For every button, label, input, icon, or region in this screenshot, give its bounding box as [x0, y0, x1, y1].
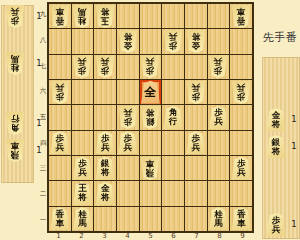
- rank-label: 八: [39, 28, 47, 54]
- shogi-piece[interactable]: 香車: [50, 207, 70, 230]
- board-square[interactable]: [49, 29, 71, 53]
- board-square[interactable]: [72, 29, 94, 53]
- shogi-piece[interactable]: 香車: [50, 5, 70, 28]
- shogi-piece[interactable]: 飛車: [5, 139, 25, 162]
- board-square[interactable]: [140, 207, 162, 231]
- board-square[interactable]: [162, 156, 184, 180]
- board-square[interactable]: [230, 131, 252, 155]
- board-square[interactable]: [185, 105, 207, 129]
- board-square[interactable]: [162, 4, 184, 28]
- shogi-piece[interactable]: 桂馬: [5, 52, 25, 75]
- shogi-piece[interactable]: 金将: [266, 108, 286, 131]
- board-square[interactable]: [208, 29, 230, 53]
- board-square[interactable]: [94, 29, 116, 53]
- board-square[interactable]: 香車: [230, 4, 252, 28]
- board-square[interactable]: [117, 156, 139, 180]
- hand-piece-count: 1: [289, 141, 299, 151]
- board-square[interactable]: [230, 105, 252, 129]
- board-square[interactable]: 歩兵: [185, 131, 207, 155]
- board-square[interactable]: [49, 105, 71, 129]
- board-square[interactable]: [72, 105, 94, 129]
- shogi-piece[interactable]: 王将: [72, 182, 92, 205]
- board-square[interactable]: [117, 181, 139, 205]
- board-square[interactable]: [162, 131, 184, 155]
- rank-label: 五: [39, 105, 47, 131]
- shogi-piece[interactable]: 歩兵: [118, 131, 138, 154]
- file-label: 7: [185, 232, 208, 240]
- shogi-piece[interactable]: 歩兵: [186, 81, 206, 104]
- board-square[interactable]: 金将: [117, 29, 139, 53]
- rank-label: 九: [39, 2, 47, 28]
- rank-labels: 九八七六五四三二一: [39, 2, 47, 233]
- board-square[interactable]: 桂馬: [72, 4, 94, 28]
- board-square[interactable]: [185, 4, 207, 28]
- shogi-piece[interactable]: 歩兵: [72, 55, 92, 78]
- board-square[interactable]: 銀将: [140, 105, 162, 129]
- shogi-piece[interactable]: 歩兵: [231, 157, 251, 180]
- file-label: 4: [116, 232, 139, 240]
- board-square[interactable]: 桂馬: [208, 207, 230, 231]
- shogi-piece[interactable]: 玉将: [95, 5, 115, 28]
- shogi-piece[interactable]: 銀将: [95, 157, 115, 180]
- rank-label: 六: [39, 79, 47, 105]
- board-square[interactable]: [162, 80, 184, 104]
- file-label: 9: [231, 232, 254, 240]
- board-square[interactable]: 全: [140, 80, 162, 104]
- board-square[interactable]: 金将: [94, 181, 116, 205]
- board-square[interactable]: [117, 4, 139, 28]
- board-square[interactable]: 歩兵: [208, 105, 230, 129]
- board-square[interactable]: [140, 4, 162, 28]
- board-square[interactable]: [208, 181, 230, 205]
- shogi-piece[interactable]: 歩兵: [208, 55, 228, 78]
- board-square[interactable]: 銀将: [94, 156, 116, 180]
- board-square[interactable]: 歩兵: [72, 156, 94, 180]
- shogi-piece[interactable]: 歩兵: [163, 30, 183, 53]
- gote-hand-tray: 金将1銀将1歩兵1: [262, 57, 300, 239]
- board-square[interactable]: [49, 181, 71, 205]
- board-square[interactable]: 歩兵: [94, 131, 116, 155]
- board-square[interactable]: 歩兵: [162, 29, 184, 53]
- board-square[interactable]: [162, 55, 184, 79]
- shogi-piece[interactable]: 歩兵: [186, 131, 206, 154]
- shogi-piece[interactable]: 歩兵: [231, 81, 251, 104]
- board-square[interactable]: 歩兵: [117, 105, 139, 129]
- board-square[interactable]: [208, 80, 230, 104]
- file-label: 8: [208, 232, 231, 240]
- board-square[interactable]: 歩兵: [49, 80, 71, 104]
- shogi-piece[interactable]: 香車: [231, 207, 251, 230]
- shogi-piece[interactable]: 金将: [95, 182, 115, 205]
- shogi-piece[interactable]: 歩兵: [50, 81, 70, 104]
- board-square[interactable]: 歩兵: [230, 80, 252, 104]
- file-label: 2: [70, 232, 93, 240]
- board-square[interactable]: [117, 80, 139, 104]
- board-square[interactable]: 金将: [185, 29, 207, 53]
- board-square[interactable]: 香車: [230, 207, 252, 231]
- file-label: 1: [47, 232, 70, 240]
- board-square[interactable]: [49, 156, 71, 180]
- shogi-piece[interactable]: 歩兵: [140, 55, 160, 78]
- board-square[interactable]: 香車: [49, 207, 71, 231]
- shogi-piece[interactable]: 角行: [5, 112, 25, 135]
- board-square[interactable]: [140, 29, 162, 53]
- turn-indicator: 先手番: [260, 30, 300, 45]
- board-square[interactable]: [117, 207, 139, 231]
- board-square[interactable]: [208, 4, 230, 28]
- board-square[interactable]: [162, 181, 184, 205]
- board-square[interactable]: 桂馬: [72, 207, 94, 231]
- board-square[interactable]: 飛車: [140, 156, 162, 180]
- file-label: 6: [162, 232, 185, 240]
- shogi-piece[interactable]: 全: [140, 81, 160, 104]
- shogi-piece[interactable]: 銀将: [140, 106, 160, 129]
- file-label: 3: [93, 232, 116, 240]
- board-square[interactable]: [72, 80, 94, 104]
- board-square[interactable]: 歩兵: [117, 131, 139, 155]
- rank-label: 三: [39, 156, 47, 182]
- board-square[interactable]: [72, 131, 94, 155]
- shogi-piece[interactable]: 歩兵: [118, 106, 138, 129]
- file-labels: 123456789: [47, 232, 254, 240]
- file-label: 5: [139, 232, 162, 240]
- board-square[interactable]: 歩兵: [140, 55, 162, 79]
- board-square[interactable]: 王将: [72, 181, 94, 205]
- board-square[interactable]: 角行: [162, 105, 184, 129]
- shogi-piece[interactable]: 歩兵: [208, 106, 228, 129]
- board-square[interactable]: [185, 207, 207, 231]
- rank-label: 一: [39, 207, 47, 233]
- board-square[interactable]: [230, 181, 252, 205]
- board-square[interactable]: [185, 156, 207, 180]
- rank-label: 四: [39, 130, 47, 156]
- shogi-piece[interactable]: 金将: [186, 30, 206, 53]
- board-square[interactable]: [140, 131, 162, 155]
- shogi-board: 香車桂馬玉将香車金将歩兵金将歩兵歩兵歩兵歩兵歩兵全歩兵歩兵歩兵銀将角行歩兵歩兵歩…: [47, 2, 254, 233]
- shogi-piece[interactable]: 香車: [231, 5, 251, 28]
- shogi-piece[interactable]: 歩兵: [5, 5, 25, 28]
- rank-label: 七: [39, 53, 47, 79]
- board-square[interactable]: [140, 181, 162, 205]
- board-square[interactable]: [185, 181, 207, 205]
- board-square[interactable]: [230, 29, 252, 53]
- board-square[interactable]: [162, 207, 184, 231]
- hand-piece-count: 1: [289, 219, 299, 229]
- shogi-piece[interactable]: 銀将: [266, 135, 286, 158]
- shogi-piece[interactable]: 角行: [163, 106, 183, 129]
- shogi-piece[interactable]: 桂馬: [72, 5, 92, 28]
- board-square[interactable]: [208, 156, 230, 180]
- hand-piece-item: 歩兵1: [262, 213, 300, 237]
- shogi-piece[interactable]: 歩兵: [95, 131, 115, 154]
- board-square[interactable]: [117, 55, 139, 79]
- board-square[interactable]: 歩兵: [94, 55, 116, 79]
- shogi-piece[interactable]: 歩兵: [50, 131, 70, 154]
- shogi-app: 歩兵1桂馬1角行1飛車1 九八七六五四三二一 香車桂馬玉将香車金将歩兵金将歩兵歩…: [0, 0, 300, 240]
- shogi-piece[interactable]: 飛車: [140, 157, 160, 180]
- board-square[interactable]: [185, 55, 207, 79]
- board-square[interactable]: [208, 131, 230, 155]
- hand-piece-count: 1: [289, 114, 299, 124]
- board-square[interactable]: 歩兵: [230, 156, 252, 180]
- board-square[interactable]: [230, 55, 252, 79]
- rank-label: 二: [39, 182, 47, 208]
- board-square[interactable]: [94, 80, 116, 104]
- hand-piece-item: 金将1: [262, 108, 300, 132]
- hand-piece-item: 銀将1: [262, 135, 300, 159]
- board-square[interactable]: 歩兵: [72, 55, 94, 79]
- shogi-piece[interactable]: 桂馬: [208, 207, 228, 230]
- board-square[interactable]: 香車: [49, 4, 71, 28]
- shogi-piece[interactable]: 桂馬: [72, 207, 92, 230]
- shogi-piece[interactable]: 歩兵: [95, 55, 115, 78]
- board-square[interactable]: 玉将: [94, 4, 116, 28]
- board-square[interactable]: 歩兵: [49, 131, 71, 155]
- board-square[interactable]: [49, 55, 71, 79]
- board-square[interactable]: [94, 207, 116, 231]
- board-square[interactable]: 歩兵: [208, 55, 230, 79]
- shogi-piece[interactable]: 金将: [118, 30, 138, 53]
- board-square[interactable]: [94, 105, 116, 129]
- shogi-piece[interactable]: 歩兵: [72, 157, 92, 180]
- board-square[interactable]: 歩兵: [185, 80, 207, 104]
- shogi-piece[interactable]: 歩兵: [266, 213, 286, 236]
